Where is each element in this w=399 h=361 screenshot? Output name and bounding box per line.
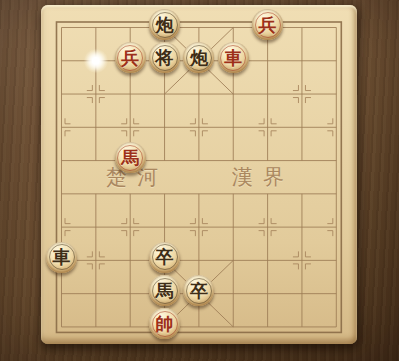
piece-red-soldier[interactable]: 兵 (252, 9, 283, 40)
piece-glyph-兵: 兵 (259, 15, 277, 33)
piece-black-soldier[interactable]: 卒 (149, 242, 180, 273)
piece-red-chariot[interactable]: 車 (218, 42, 249, 73)
piece-glyph-卒: 卒 (156, 248, 174, 266)
last-move-marker (84, 49, 108, 73)
piece-black-chariot[interactable]: 車 (46, 242, 77, 273)
piece-red-horse[interactable]: 馬 (115, 142, 146, 173)
piece-glyph-将: 将 (156, 48, 174, 66)
piece-black-horse[interactable]: 馬 (149, 275, 180, 306)
piece-glyph-炮: 炮 (190, 48, 208, 66)
piece-glyph-兵: 兵 (121, 48, 139, 66)
piece-glyph-帥: 帥 (156, 314, 174, 332)
piece-glyph-車: 車 (224, 48, 242, 66)
piece-glyph-卒: 卒 (190, 281, 208, 299)
piece-red-soldier[interactable]: 兵 (115, 42, 146, 73)
piece-glyph-炮: 炮 (156, 15, 174, 33)
river-label-right: 漢界 (232, 163, 294, 191)
piece-black-cannon[interactable]: 炮 (149, 9, 180, 40)
piece-glyph-馬: 馬 (121, 148, 139, 166)
piece-glyph-車: 車 (53, 248, 71, 266)
piece-glyph-馬: 馬 (156, 281, 174, 299)
